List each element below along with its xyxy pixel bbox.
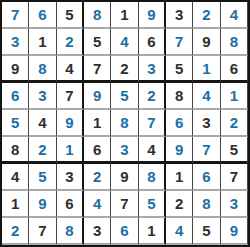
cell-r5c5[interactable]: 8: [111, 110, 138, 137]
digit: 5: [11, 115, 19, 130]
digit: 2: [175, 196, 183, 211]
cell-r2c7[interactable]: 7: [166, 29, 193, 56]
digit: 1: [147, 223, 155, 238]
digit: 3: [175, 7, 183, 22]
digit: 2: [38, 142, 46, 157]
digit: 8: [93, 7, 101, 22]
digit: 2: [11, 223, 19, 238]
digit: 8: [175, 88, 183, 103]
digit: 8: [147, 169, 155, 184]
cell-r6c1[interactable]: 8: [2, 137, 29, 164]
cell-r7c1[interactable]: 4: [2, 164, 29, 191]
digit: 3: [202, 115, 210, 130]
cell-r1c9[interactable]: 4: [221, 2, 248, 29]
cell-r1c1[interactable]: 7: [2, 2, 29, 29]
digit: 9: [120, 169, 128, 184]
digit: 1: [65, 142, 73, 157]
cell-r3c8[interactable]: 1: [193, 56, 220, 83]
digit: 3: [93, 223, 101, 238]
cell-r9c8[interactable]: 5: [193, 218, 220, 245]
digit: 4: [230, 7, 238, 22]
cell-r7c3[interactable]: 3: [57, 164, 84, 191]
digit: 5: [202, 223, 210, 238]
cell-r1c8[interactable]: 2: [193, 2, 220, 29]
cell-r6c5[interactable]: 3: [111, 137, 138, 164]
cell-r1c2[interactable]: 6: [29, 2, 56, 29]
cell-r6c2[interactable]: 2: [29, 137, 56, 164]
digit: 7: [120, 196, 128, 211]
digit: 9: [147, 7, 155, 22]
cell-r3c7[interactable]: 5: [166, 56, 193, 83]
digit: 5: [65, 7, 73, 22]
cell-r6c6[interactable]: 4: [139, 137, 166, 164]
cell-r6c8[interactable]: 7: [193, 137, 220, 164]
cell-r3c5[interactable]: 2: [111, 56, 138, 83]
digit: 9: [175, 142, 183, 157]
digit: 8: [120, 115, 128, 130]
cell-r3c1[interactable]: 9: [2, 56, 29, 83]
digit: 4: [65, 61, 73, 76]
cell-r8c6[interactable]: 5: [139, 191, 166, 218]
cell-r4c9[interactable]: 1: [221, 83, 248, 110]
digit: 2: [65, 34, 73, 49]
cell-r9c6[interactable]: 1: [139, 218, 166, 245]
digit: 1: [93, 115, 101, 130]
cell-r1c4[interactable]: 8: [84, 2, 111, 29]
cell-r2c4[interactable]: 5: [84, 29, 111, 56]
digit: 4: [175, 223, 183, 238]
digit: 4: [120, 34, 128, 49]
cell-r2c5[interactable]: 4: [111, 29, 138, 56]
digit: 3: [38, 88, 46, 103]
cell-r3c2[interactable]: 8: [29, 56, 56, 83]
digit: 2: [120, 61, 128, 76]
cell-r9c9[interactable]: 9: [221, 218, 248, 245]
digit: 3: [230, 196, 238, 211]
cell-r8c5[interactable]: 7: [111, 191, 138, 218]
digit: 2: [202, 7, 210, 22]
cell-r5c7[interactable]: 6: [166, 110, 193, 137]
cell-r7c8[interactable]: 6: [193, 164, 220, 191]
digit: 4: [93, 196, 101, 211]
digit: 1: [230, 88, 238, 103]
digit: 9: [11, 61, 19, 76]
cell-r4c5[interactable]: 5: [111, 83, 138, 110]
digit: 6: [175, 115, 183, 130]
digit: 7: [93, 61, 101, 76]
cell-r3c4[interactable]: 7: [84, 56, 111, 83]
digit: 7: [175, 34, 183, 49]
digit: 9: [230, 223, 238, 238]
cell-r6c7[interactable]: 9: [166, 137, 193, 164]
digit: 7: [11, 7, 19, 22]
digit: 8: [38, 61, 46, 76]
digit: 5: [175, 61, 183, 76]
cell-r8c7[interactable]: 2: [166, 191, 193, 218]
cell-r1c7[interactable]: 3: [166, 2, 193, 29]
digit: 5: [93, 34, 101, 49]
cell-r9c1[interactable]: 2: [2, 218, 29, 245]
cell-r3c9[interactable]: 6: [221, 56, 248, 83]
cell-r4c8[interactable]: 4: [193, 83, 220, 110]
digit: 7: [230, 169, 238, 184]
digit: 8: [65, 223, 73, 238]
cell-r2c8[interactable]: 9: [193, 29, 220, 56]
cell-r5c6[interactable]: 7: [139, 110, 166, 137]
cell-r8c4[interactable]: 4: [84, 191, 111, 218]
cell-r1c5[interactable]: 1: [111, 2, 138, 29]
digit: 7: [202, 142, 210, 157]
digit: 6: [11, 88, 19, 103]
cell-r5c3[interactable]: 9: [57, 110, 84, 137]
digit: 7: [38, 223, 46, 238]
cell-r7c7[interactable]: 1: [166, 164, 193, 191]
cell-r5c2[interactable]: 4: [29, 110, 56, 137]
cell-r2c1[interactable]: 3: [2, 29, 29, 56]
digit: 6: [93, 142, 101, 157]
digit: 2: [147, 88, 155, 103]
digit: 3: [11, 34, 19, 49]
cell-r5c4[interactable]: 1: [84, 110, 111, 137]
cell-r2c9[interactable]: 8: [221, 29, 248, 56]
digit: 5: [147, 196, 155, 211]
digit: 2: [230, 115, 238, 130]
cell-r9c5[interactable]: 6: [111, 218, 138, 245]
digit: 1: [38, 34, 46, 49]
digit: 7: [65, 88, 73, 103]
cell-r2c6[interactable]: 6: [139, 29, 166, 56]
digit: 5: [120, 88, 128, 103]
digit: 8: [202, 196, 210, 211]
cell-r6c3[interactable]: 1: [57, 137, 84, 164]
digit: 4: [147, 142, 155, 157]
cell-r8c3[interactable]: 6: [57, 191, 84, 218]
digit: 1: [202, 61, 210, 76]
cell-r7c2[interactable]: 5: [29, 164, 56, 191]
digit: 5: [230, 142, 238, 157]
digit: 2: [93, 169, 101, 184]
cell-r4c3[interactable]: 7: [57, 83, 84, 110]
digit: 9: [202, 34, 210, 49]
digit: 9: [93, 88, 101, 103]
digit: 1: [11, 196, 19, 211]
digit: 4: [202, 88, 210, 103]
cell-r3c3[interactable]: 4: [57, 56, 84, 83]
cell-r4c1[interactable]: 6: [2, 83, 29, 110]
digit: 9: [38, 196, 46, 211]
digit: 8: [230, 34, 238, 49]
cell-r5c8[interactable]: 3: [193, 110, 220, 137]
cell-r4c6[interactable]: 2: [139, 83, 166, 110]
cell-r6c4[interactable]: 6: [84, 137, 111, 164]
digit: 7: [147, 115, 155, 130]
cell-r7c9[interactable]: 7: [221, 164, 248, 191]
digit: 3: [65, 169, 73, 184]
digit: 6: [65, 196, 73, 211]
digit: 6: [230, 61, 238, 76]
cell-r9c2[interactable]: 7: [29, 218, 56, 245]
cell-r8c1[interactable]: 1: [2, 191, 29, 218]
digit: 3: [147, 61, 155, 76]
digit: 5: [38, 169, 46, 184]
cell-r2c3[interactable]: 2: [57, 29, 84, 56]
cell-r8c8[interactable]: 8: [193, 191, 220, 218]
cell-r5c9[interactable]: 2: [221, 110, 248, 137]
digit: 6: [120, 223, 128, 238]
cell-r7c6[interactable]: 8: [139, 164, 166, 191]
cell-r7c4[interactable]: 2: [84, 164, 111, 191]
cell-r9c3[interactable]: 8: [57, 218, 84, 245]
digit: 8: [11, 142, 19, 157]
cell-r9c4[interactable]: 3: [84, 218, 111, 245]
cell-r4c2[interactable]: 3: [29, 83, 56, 110]
digit: 4: [11, 169, 19, 184]
sudoku-board: 7658193243125467989847235166379528415491…: [0, 0, 250, 247]
digit: 1: [175, 169, 183, 184]
digit: 3: [120, 142, 128, 157]
cell-r2c2[interactable]: 1: [29, 29, 56, 56]
cell-r8c2[interactable]: 9: [29, 191, 56, 218]
cell-r5c1[interactable]: 5: [2, 110, 29, 137]
digit: 6: [38, 7, 46, 22]
digit: 1: [120, 7, 128, 22]
cell-r4c4[interactable]: 9: [84, 83, 111, 110]
cell-r1c3[interactable]: 5: [57, 2, 84, 29]
digit: 6: [147, 34, 155, 49]
cell-r9c7[interactable]: 4: [166, 218, 193, 245]
digit: 9: [65, 115, 73, 130]
cell-r1c6[interactable]: 9: [139, 2, 166, 29]
cell-r8c9[interactable]: 3: [221, 191, 248, 218]
cell-r6c9[interactable]: 5: [221, 137, 248, 164]
digit: 4: [38, 115, 46, 130]
cell-r3c6[interactable]: 3: [139, 56, 166, 83]
cell-r4c7[interactable]: 8: [166, 83, 193, 110]
cell-r7c5[interactable]: 9: [111, 164, 138, 191]
digit: 6: [202, 169, 210, 184]
